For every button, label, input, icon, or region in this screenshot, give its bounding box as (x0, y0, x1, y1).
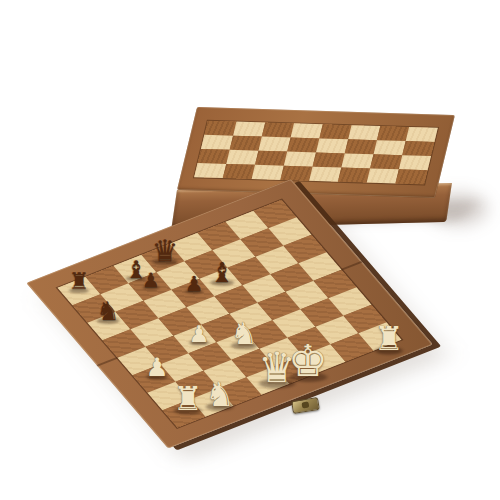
box-lid-square-r4c4 (280, 166, 312, 181)
box-lid-square-r1c8 (406, 127, 438, 142)
box-lid-square-r1c4 (291, 123, 323, 138)
product-photo-scene: ♛♝♝♟♜♟♞♟♞♜♟♚♛♞♜ (0, 0, 500, 500)
box-lid-square-r3c8 (399, 155, 431, 170)
box-lid-square-r1c7 (377, 126, 409, 141)
box-lid-square-r1c3 (262, 122, 294, 137)
box-lid-square-r3c4 (284, 152, 316, 167)
box-lid-checkerboard (194, 121, 438, 185)
box-lid-square-r4c6 (338, 168, 370, 183)
box-lid-square-r2c7 (374, 140, 406, 155)
box-lid-square-r3c1 (197, 149, 229, 164)
box-lid-square-r3c7 (370, 154, 402, 169)
box-lid-square-r3c5 (313, 153, 345, 168)
box-lid-square-r4c5 (309, 167, 341, 182)
box-lid-square-r1c2 (233, 122, 265, 137)
box-lid-square-r4c8 (395, 169, 427, 184)
box-lid-square-r2c5 (316, 138, 348, 153)
box-lid-square-r2c6 (345, 139, 377, 154)
box-lid-square-r3c6 (341, 153, 373, 168)
box-lid-square-r2c4 (287, 137, 319, 152)
box-lid-square-r3c3 (255, 151, 287, 166)
box-lid-square-r1c5 (319, 124, 351, 139)
box-lid-square-r2c8 (402, 141, 434, 156)
box-lid-square-r2c1 (201, 135, 233, 150)
board-checkerboard (57, 200, 401, 428)
box-lid-square-r3c2 (226, 150, 258, 165)
board-clasp (291, 397, 320, 414)
box-lid-square-r2c2 (230, 136, 262, 151)
box-lid-square-r1c1 (204, 121, 236, 136)
box-lid-square-r4c1 (194, 163, 226, 178)
closed-box-lid (177, 107, 455, 198)
box-lid-square-r1c6 (348, 125, 380, 140)
box-lid-square-r4c2 (223, 164, 255, 179)
box-lid-square-r4c7 (367, 168, 399, 183)
box-lid-square-r2c3 (258, 137, 290, 152)
box-lid-square-r4c3 (252, 165, 284, 180)
